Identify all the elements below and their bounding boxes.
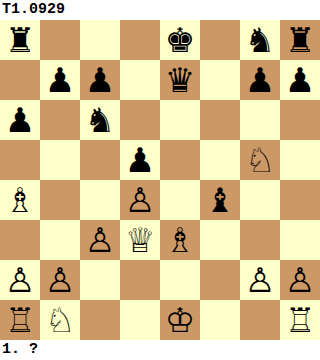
square-h8[interactable]: ♜ (280, 20, 320, 60)
white-pawn: ♙ (85, 220, 115, 260)
square-h4[interactable] (280, 180, 320, 220)
square-g8[interactable]: ♞ (240, 20, 280, 60)
square-d2[interactable] (120, 260, 160, 300)
square-d1[interactable] (120, 300, 160, 340)
black-queen: ♛ (165, 60, 195, 100)
white-rook: ♖ (5, 300, 35, 340)
square-g7[interactable]: ♟ (240, 60, 280, 100)
white-pawn: ♙ (45, 260, 75, 300)
move-prompt: 1. ? (0, 340, 320, 360)
square-h2[interactable]: ♙ (280, 260, 320, 300)
white-knight: ♘ (245, 140, 275, 180)
square-c1[interactable] (80, 300, 120, 340)
black-bishop: ♝ (205, 180, 235, 220)
white-rook: ♖ (285, 300, 315, 340)
square-h5[interactable] (280, 140, 320, 180)
square-d6[interactable] (120, 100, 160, 140)
square-f1[interactable] (200, 300, 240, 340)
white-bishop: ♗ (5, 180, 35, 220)
square-g6[interactable] (240, 100, 280, 140)
black-knight: ♞ (245, 20, 275, 60)
square-b7[interactable]: ♟ (40, 60, 80, 100)
square-f5[interactable] (200, 140, 240, 180)
black-pawn: ♟ (85, 60, 115, 100)
square-e5[interactable] (160, 140, 200, 180)
black-pawn: ♟ (245, 60, 275, 100)
square-a6[interactable]: ♟ (0, 100, 40, 140)
square-a8[interactable]: ♜ (0, 20, 40, 60)
square-e7[interactable]: ♛ (160, 60, 200, 100)
square-e6[interactable] (160, 100, 200, 140)
square-b6[interactable] (40, 100, 80, 140)
square-g5[interactable]: ♘ (240, 140, 280, 180)
white-pawn: ♙ (245, 260, 275, 300)
square-c8[interactable] (80, 20, 120, 60)
white-bishop: ♗ (165, 220, 195, 260)
square-d4[interactable]: ♙ (120, 180, 160, 220)
chess-board: ♜♚♞♜♟♟♛♟♟♟♞♟♘♗♙♝♙♕♗♙♙♙♙♖♘♔♖ (0, 20, 320, 340)
black-pawn: ♟ (5, 100, 35, 140)
white-king: ♔ (165, 300, 195, 340)
white-queen: ♕ (125, 220, 155, 260)
square-d8[interactable] (120, 20, 160, 60)
square-h1[interactable]: ♖ (280, 300, 320, 340)
square-b3[interactable] (40, 220, 80, 260)
square-a3[interactable] (0, 220, 40, 260)
white-knight: ♘ (45, 300, 75, 340)
square-a5[interactable] (0, 140, 40, 180)
square-e2[interactable] (160, 260, 200, 300)
square-h7[interactable]: ♟ (280, 60, 320, 100)
square-b4[interactable] (40, 180, 80, 220)
square-f8[interactable] (200, 20, 240, 60)
black-rook: ♜ (5, 20, 35, 60)
square-c7[interactable]: ♟ (80, 60, 120, 100)
square-e1[interactable]: ♔ (160, 300, 200, 340)
black-rook: ♜ (285, 20, 315, 60)
square-g3[interactable] (240, 220, 280, 260)
square-a7[interactable] (0, 60, 40, 100)
black-pawn: ♟ (125, 140, 155, 180)
square-c5[interactable] (80, 140, 120, 180)
square-e8[interactable]: ♚ (160, 20, 200, 60)
square-f3[interactable] (200, 220, 240, 260)
square-b8[interactable] (40, 20, 80, 60)
square-b1[interactable]: ♘ (40, 300, 80, 340)
square-d5[interactable]: ♟ (120, 140, 160, 180)
square-f4[interactable]: ♝ (200, 180, 240, 220)
square-d3[interactable]: ♕ (120, 220, 160, 260)
square-g4[interactable] (240, 180, 280, 220)
square-g2[interactable]: ♙ (240, 260, 280, 300)
puzzle-title: T1.0929 (0, 0, 320, 20)
white-pawn: ♙ (285, 260, 315, 300)
square-a2[interactable]: ♙ (0, 260, 40, 300)
square-b5[interactable] (40, 140, 80, 180)
square-g1[interactable] (240, 300, 280, 340)
square-a4[interactable]: ♗ (0, 180, 40, 220)
square-h6[interactable] (280, 100, 320, 140)
square-e3[interactable]: ♗ (160, 220, 200, 260)
square-c6[interactable]: ♞ (80, 100, 120, 140)
square-c2[interactable] (80, 260, 120, 300)
black-pawn: ♟ (45, 60, 75, 100)
square-b2[interactable]: ♙ (40, 260, 80, 300)
white-pawn: ♙ (125, 180, 155, 220)
chess-diagram: T1.0929 ♜♚♞♜♟♟♛♟♟♟♞♟♘♗♙♝♙♕♗♙♙♙♙♖♘♔♖ 1. ? (0, 0, 320, 360)
square-h3[interactable] (280, 220, 320, 260)
square-c3[interactable]: ♙ (80, 220, 120, 260)
square-c4[interactable] (80, 180, 120, 220)
square-f7[interactable] (200, 60, 240, 100)
square-f6[interactable] (200, 100, 240, 140)
white-pawn: ♙ (5, 260, 35, 300)
black-king: ♚ (165, 20, 195, 60)
black-knight: ♞ (85, 100, 115, 140)
black-pawn: ♟ (285, 60, 315, 100)
square-f2[interactable] (200, 260, 240, 300)
square-d7[interactable] (120, 60, 160, 100)
square-e4[interactable] (160, 180, 200, 220)
square-a1[interactable]: ♖ (0, 300, 40, 340)
